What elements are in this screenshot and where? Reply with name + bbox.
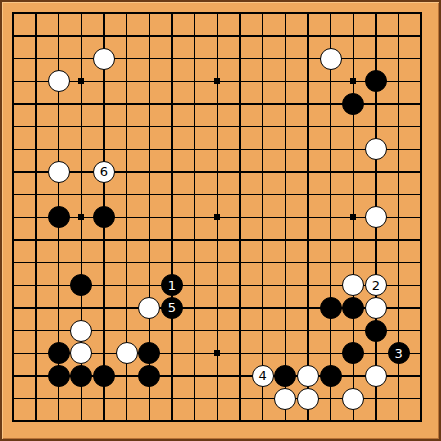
star-point — [350, 78, 356, 84]
grid-line-v-13 — [307, 13, 309, 421]
grid-line-v-10 — [239, 13, 241, 421]
white-stone — [320, 48, 342, 70]
white-stone — [365, 297, 387, 319]
white-stone-move-6: 6 — [93, 161, 115, 183]
black-stone — [48, 206, 70, 228]
white-stone — [274, 388, 296, 410]
black-stone — [320, 297, 342, 319]
star-point — [78, 78, 84, 84]
stone-label: 3 — [394, 347, 402, 360]
white-stone — [342, 388, 364, 410]
stone-label: 1 — [168, 279, 176, 292]
grid-line-v-14 — [330, 13, 332, 421]
stone-label: 6 — [100, 165, 108, 178]
stone-label: 5 — [168, 301, 176, 314]
star-point — [214, 214, 220, 220]
black-stone — [48, 365, 70, 387]
grid-line-h-11 — [13, 262, 421, 264]
black-stone — [93, 365, 115, 387]
white-stone — [365, 365, 387, 387]
white-stone — [297, 365, 319, 387]
star-point — [78, 214, 84, 220]
white-stone — [48, 70, 70, 92]
go-board[interactable]: 612534 — [0, 0, 441, 441]
white-stone — [297, 388, 319, 410]
black-stone-move-3: 3 — [388, 342, 410, 364]
grid-line-v-12 — [285, 13, 287, 421]
star-point — [350, 214, 356, 220]
grid-line-h-10 — [13, 239, 421, 241]
go-diagram: 612534 — [0, 0, 441, 441]
black-stone — [320, 365, 342, 387]
black-stone-move-5: 5 — [161, 297, 183, 319]
black-stone — [365, 320, 387, 342]
star-point — [214, 350, 220, 356]
star-point — [214, 78, 220, 84]
white-stone-move-4: 4 — [252, 365, 274, 387]
grid-line-v-11 — [262, 13, 264, 421]
white-stone — [116, 342, 138, 364]
white-stone — [93, 48, 115, 70]
stone-label: 2 — [372, 279, 380, 292]
white-stone — [48, 161, 70, 183]
black-stone — [48, 342, 70, 364]
stone-label: 4 — [258, 369, 266, 382]
white-stone — [70, 320, 92, 342]
